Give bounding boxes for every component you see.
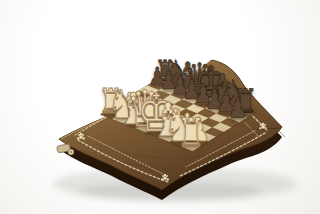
chess-set-photo: ♜♞♝♛♚♝♞♜♟♟♟♟♟♟♟♟♟♟♟♟♟♟♟♟♜♞♝♛♚♝♞♜ [0, 0, 320, 214]
